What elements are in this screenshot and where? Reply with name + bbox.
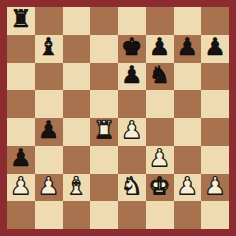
square-f8[interactable] — [146, 7, 174, 35]
black-pawn: ♟ — [10, 146, 32, 172]
square-d8[interactable] — [90, 7, 118, 35]
square-c2[interactable]: ♝ — [63, 174, 91, 202]
square-g5[interactable] — [174, 90, 202, 118]
square-a1[interactable] — [7, 201, 35, 229]
square-h2[interactable]: ♟ — [201, 174, 229, 202]
square-e7[interactable]: ♚ — [118, 35, 146, 63]
square-g1[interactable] — [174, 201, 202, 229]
square-f4[interactable] — [146, 118, 174, 146]
square-a2[interactable]: ♟ — [7, 174, 35, 202]
black-knight: ♞ — [149, 63, 171, 89]
white-rook: ♜ — [93, 118, 115, 144]
square-e5[interactable] — [118, 90, 146, 118]
white-pawn: ♟ — [121, 118, 143, 144]
square-f5[interactable] — [146, 90, 174, 118]
square-d1[interactable] — [90, 201, 118, 229]
square-h6[interactable] — [201, 63, 229, 91]
square-e1[interactable] — [118, 201, 146, 229]
square-b4[interactable]: ♟ — [35, 118, 63, 146]
square-a5[interactable] — [7, 90, 35, 118]
black-bishop: ♝ — [38, 35, 60, 61]
square-f1[interactable] — [146, 201, 174, 229]
square-g8[interactable] — [174, 7, 202, 35]
square-e8[interactable] — [118, 7, 146, 35]
square-g3[interactable] — [174, 146, 202, 174]
square-d2[interactable] — [90, 174, 118, 202]
square-g7[interactable]: ♟ — [174, 35, 202, 63]
white-king: ♚ — [149, 174, 171, 200]
black-pawn: ♟ — [38, 118, 60, 144]
white-pawn: ♟ — [204, 174, 226, 200]
white-pawn: ♟ — [38, 174, 60, 200]
square-f7[interactable]: ♟ — [146, 35, 174, 63]
square-c3[interactable] — [63, 146, 91, 174]
square-c7[interactable] — [63, 35, 91, 63]
square-e3[interactable] — [118, 146, 146, 174]
square-h1[interactable] — [201, 201, 229, 229]
square-e6[interactable]: ♟ — [118, 63, 146, 91]
square-a8[interactable]: ♜ — [7, 7, 35, 35]
square-b8[interactable] — [35, 7, 63, 35]
square-b5[interactable] — [35, 90, 63, 118]
square-a6[interactable] — [7, 63, 35, 91]
square-b2[interactable]: ♟ — [35, 174, 63, 202]
square-c4[interactable] — [63, 118, 91, 146]
chess-board: ♜♝♚♟♟♟♟♞♟♜♟♟♟♟♟♝♞♚♟♟ — [7, 7, 229, 229]
square-h4[interactable] — [201, 118, 229, 146]
chess-board-frame: ♜♝♚♟♟♟♟♞♟♜♟♟♟♟♟♝♞♚♟♟ — [0, 0, 236, 236]
black-pawn: ♟ — [177, 35, 199, 61]
square-h7[interactable]: ♟ — [201, 35, 229, 63]
square-d7[interactable] — [90, 35, 118, 63]
square-b1[interactable] — [35, 201, 63, 229]
square-a4[interactable] — [7, 118, 35, 146]
black-pawn: ♟ — [204, 35, 226, 61]
white-pawn: ♟ — [149, 146, 171, 172]
square-d5[interactable] — [90, 90, 118, 118]
black-pawn: ♟ — [121, 63, 143, 89]
white-pawn: ♟ — [10, 174, 32, 200]
square-c5[interactable] — [63, 90, 91, 118]
white-bishop: ♝ — [66, 174, 88, 200]
square-b3[interactable] — [35, 146, 63, 174]
black-king: ♚ — [121, 35, 143, 61]
square-c6[interactable] — [63, 63, 91, 91]
square-g2[interactable]: ♟ — [174, 174, 202, 202]
white-pawn: ♟ — [177, 174, 199, 200]
square-f6[interactable]: ♞ — [146, 63, 174, 91]
square-b7[interactable]: ♝ — [35, 35, 63, 63]
square-d6[interactable] — [90, 63, 118, 91]
square-f3[interactable]: ♟ — [146, 146, 174, 174]
square-e4[interactable]: ♟ — [118, 118, 146, 146]
square-a7[interactable] — [7, 35, 35, 63]
square-h5[interactable] — [201, 90, 229, 118]
square-c1[interactable] — [63, 201, 91, 229]
square-h3[interactable] — [201, 146, 229, 174]
square-h8[interactable] — [201, 7, 229, 35]
square-g4[interactable] — [174, 118, 202, 146]
square-a3[interactable]: ♟ — [7, 146, 35, 174]
square-e2[interactable]: ♞ — [118, 174, 146, 202]
black-pawn: ♟ — [149, 35, 171, 61]
square-f2[interactable]: ♚ — [146, 174, 174, 202]
square-d3[interactable] — [90, 146, 118, 174]
square-b6[interactable] — [35, 63, 63, 91]
square-g6[interactable] — [174, 63, 202, 91]
black-rook: ♜ — [10, 7, 32, 33]
square-d4[interactable]: ♜ — [90, 118, 118, 146]
white-knight: ♞ — [121, 174, 143, 200]
square-c8[interactable] — [63, 7, 91, 35]
